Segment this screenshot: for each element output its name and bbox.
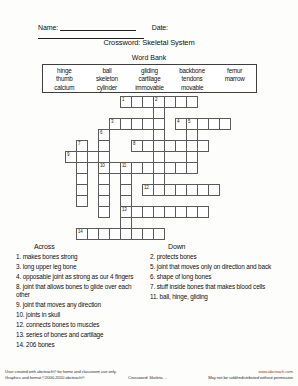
footer-copyright: Graphics and format ©2000-2010 abcteach® bbox=[5, 375, 84, 380]
across-clues: Across 1. makes bones strong3. long uppe… bbox=[16, 243, 146, 351]
down-clue-list: 2. protects bones5. joint that moves onl… bbox=[150, 253, 288, 300]
clue-item-7: 7. stuff inside bones that makes blood c… bbox=[150, 283, 288, 290]
cell-number: 6 bbox=[100, 131, 102, 136]
clue-item-1: 1. makes bones strong bbox=[16, 253, 146, 260]
footer-usage-note: User created with abcteach® for home and… bbox=[5, 369, 117, 374]
clue-item-2: 2. protects bones bbox=[150, 253, 288, 260]
cell-number: 5 bbox=[188, 120, 190, 125]
word-bank-word: immovable bbox=[128, 84, 171, 91]
word-bank-word: thumb bbox=[43, 75, 86, 82]
crossword-grid: 1234567891011121314 bbox=[65, 96, 232, 241]
word-bank-word: cartilage bbox=[128, 75, 171, 82]
cell-number: 13 bbox=[122, 208, 126, 213]
word-bank-word: ball bbox=[86, 67, 129, 74]
grid-cell-r2c14[interactable] bbox=[219, 118, 231, 130]
word-bank-word: marrow bbox=[213, 75, 256, 82]
word-bank-row: hingeballglidingbackbonefemur bbox=[43, 67, 256, 74]
cell-number: 4 bbox=[177, 120, 179, 125]
name-date-row: Name: Date: bbox=[38, 23, 270, 39]
word-bank-row: thumbskeletoncartilagetendonsmarrow bbox=[43, 75, 256, 82]
page-title: Crossword: Skeletal System bbox=[0, 38, 298, 47]
word-bank-title: Word Bank bbox=[0, 54, 298, 61]
cell-number: 12 bbox=[144, 186, 148, 191]
grid-cell-r8c13[interactable] bbox=[208, 184, 220, 196]
clue-item-9: 9. joint that moves any direction bbox=[16, 301, 146, 308]
word-bank-word: hinge bbox=[43, 67, 86, 74]
cell-number: 9 bbox=[67, 153, 69, 158]
cell-number: 14 bbox=[78, 230, 82, 235]
cell-number: 1 bbox=[122, 98, 124, 103]
word-bank-word: cylinder bbox=[86, 84, 129, 91]
clue-item-6: 6. shape of long bones bbox=[150, 273, 288, 280]
word-bank-word: tendons bbox=[171, 75, 214, 82]
grid-cell-r0c11[interactable] bbox=[186, 96, 198, 108]
word-bank-word: backbone bbox=[171, 67, 214, 74]
word-bank-word: gliding bbox=[128, 67, 171, 74]
clue-item-11: 11. ball, hinge, gliding bbox=[150, 293, 288, 300]
grid-cell-r12c8[interactable] bbox=[153, 228, 165, 240]
date-label: Date: bbox=[152, 24, 168, 31]
clue-item-4: 4. opposable joint as strong as our 4 fi… bbox=[16, 273, 146, 280]
name-input-line[interactable] bbox=[60, 23, 136, 31]
word-bank-word: skeleton bbox=[86, 75, 129, 82]
word-bank-box: hingeballglidingbackbonefemurthumbskelet… bbox=[42, 64, 257, 93]
word-bank-row: calciumcylinderimmovablemovable bbox=[43, 84, 256, 91]
cell-number: 10 bbox=[100, 164, 104, 169]
down-clues: Down 2. protects bones5. joint that move… bbox=[150, 243, 288, 303]
grid-cell-r6c11[interactable] bbox=[186, 162, 198, 174]
clue-item-3: 3. long upper leg bone bbox=[16, 263, 146, 270]
footer-permission-note: May not be sold/redistributed without pe… bbox=[208, 375, 293, 380]
word-bank-word: calcium bbox=[43, 84, 86, 91]
grid-cell-r4c12[interactable] bbox=[197, 140, 209, 152]
clue-item-14: 14. 206 bones bbox=[16, 341, 146, 348]
cell-number: 3 bbox=[111, 120, 113, 125]
word-bank-empty-slot bbox=[213, 84, 256, 91]
name-label: Name: bbox=[38, 24, 58, 31]
down-header: Down bbox=[168, 243, 288, 250]
grid-cell-r10c12[interactable] bbox=[197, 206, 209, 218]
clue-item-10: 10. joints in skull bbox=[16, 311, 146, 318]
footer-site-link[interactable]: www.abcteach.com bbox=[259, 369, 293, 374]
clue-item-5: 5. joint that moves only on direction an… bbox=[150, 263, 288, 270]
grid-cell-r9c1[interactable] bbox=[76, 195, 88, 207]
across-clue-list: 1. makes bones strong3. long upper leg b… bbox=[16, 253, 146, 348]
grid-cell-r10c3[interactable] bbox=[98, 206, 110, 218]
word-bank-word: femur bbox=[213, 67, 256, 74]
cell-number: 11 bbox=[122, 164, 126, 169]
cell-number: 8 bbox=[133, 142, 135, 147]
word-bank-word: movable bbox=[171, 84, 214, 91]
clue-item-13: 13. series of bones and cartilage bbox=[16, 331, 146, 338]
cell-number: 2 bbox=[155, 98, 157, 103]
footer-doc-title: Crossword: Skeleta ... bbox=[128, 375, 167, 380]
across-header: Across bbox=[34, 243, 146, 250]
clue-item-12: 12. connects bones to muscles bbox=[16, 321, 146, 328]
clue-item-8: 8. joint that allows bones to glide over… bbox=[16, 283, 146, 298]
cell-number: 7 bbox=[78, 142, 80, 147]
